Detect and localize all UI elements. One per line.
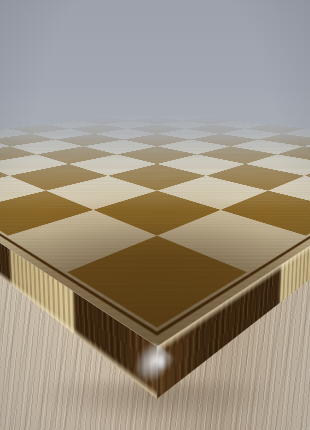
square-r7-c5 bbox=[0, 191, 93, 236]
square-r7-c4 bbox=[0, 176, 46, 210]
chessboard bbox=[0, 111, 310, 347]
square-r6-c5 bbox=[46, 176, 157, 210]
square-r5-c6 bbox=[157, 176, 268, 210]
chessboard-photo bbox=[0, 0, 310, 430]
square-r4-c7 bbox=[268, 176, 310, 210]
square-r6-c6 bbox=[93, 191, 220, 236]
corner-gloss-dot bbox=[156, 353, 166, 371]
square-r5-c7 bbox=[221, 191, 310, 236]
